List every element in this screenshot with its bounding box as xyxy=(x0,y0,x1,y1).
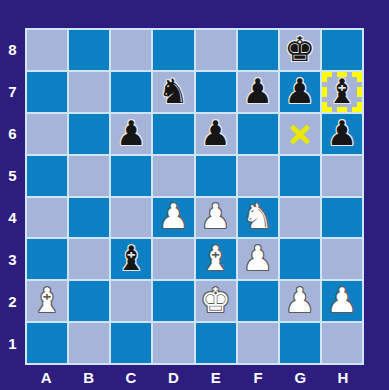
square-f5[interactable] xyxy=(238,156,278,196)
square-f1[interactable] xyxy=(238,323,278,363)
file-label-d: D xyxy=(152,365,194,390)
white-bishop[interactable]: ♝ xyxy=(200,241,230,275)
square-a3[interactable] xyxy=(27,239,67,279)
rank-label-4: 4 xyxy=(0,197,25,239)
square-g5[interactable] xyxy=(280,156,320,196)
chess-board: ♚♞♟♟♝♟♟♟♟♟♞♝♝♟♝♚♟♟ xyxy=(27,30,362,363)
square-b5[interactable] xyxy=(69,156,109,196)
square-a2[interactable]: ♝ xyxy=(27,281,67,321)
square-e6[interactable]: ♟ xyxy=(196,114,236,154)
square-d1[interactable] xyxy=(153,323,193,363)
square-h5[interactable] xyxy=(322,156,362,196)
square-b3[interactable] xyxy=(69,239,109,279)
white-pawn[interactable]: ♟ xyxy=(158,199,188,233)
square-b8[interactable] xyxy=(69,30,109,70)
square-f4[interactable]: ♞ xyxy=(238,198,278,238)
file-label-a: A xyxy=(25,365,67,390)
black-pawn[interactable]: ♟ xyxy=(285,74,315,108)
white-knight[interactable]: ♞ xyxy=(242,199,272,233)
square-h8[interactable] xyxy=(322,30,362,70)
square-c4[interactable] xyxy=(111,198,151,238)
rank-labels: 87654321 xyxy=(0,28,25,365)
square-g4[interactable] xyxy=(280,198,320,238)
square-c5[interactable] xyxy=(111,156,151,196)
white-king[interactable]: ♚ xyxy=(200,283,230,317)
rank-label-1: 1 xyxy=(0,323,25,365)
white-pawn[interactable]: ♟ xyxy=(242,241,272,275)
square-a4[interactable] xyxy=(27,198,67,238)
square-d6[interactable] xyxy=(153,114,193,154)
file-labels: ABCDEFGH xyxy=(25,365,364,390)
square-a7[interactable] xyxy=(27,72,67,112)
rank-label-7: 7 xyxy=(0,70,25,112)
square-b2[interactable] xyxy=(69,281,109,321)
square-c2[interactable] xyxy=(111,281,151,321)
square-g2[interactable]: ♟ xyxy=(280,281,320,321)
white-bishop[interactable]: ♝ xyxy=(32,283,62,317)
square-e4[interactable]: ♟ xyxy=(196,198,236,238)
x-marker xyxy=(286,120,314,148)
rank-label-8: 8 xyxy=(0,28,25,70)
black-pawn[interactable]: ♟ xyxy=(327,116,357,150)
square-d2[interactable] xyxy=(153,281,193,321)
square-h1[interactable] xyxy=(322,323,362,363)
square-c7[interactable] xyxy=(111,72,151,112)
white-pawn[interactable]: ♟ xyxy=(200,199,230,233)
square-a8[interactable] xyxy=(27,30,67,70)
chess-app: 87654321 ABCDEFGH ♚♞♟♟♝♟♟♟♟♟♞♝♝♟♝♚♟♟ xyxy=(0,0,389,390)
square-h3[interactable] xyxy=(322,239,362,279)
file-label-h: H xyxy=(322,365,364,390)
square-d8[interactable] xyxy=(153,30,193,70)
square-e7[interactable] xyxy=(196,72,236,112)
rank-label-2: 2 xyxy=(0,281,25,323)
square-e2[interactable]: ♚ xyxy=(196,281,236,321)
rank-label-5: 5 xyxy=(0,154,25,196)
square-a5[interactable] xyxy=(27,156,67,196)
square-a1[interactable] xyxy=(27,323,67,363)
square-a6[interactable] xyxy=(27,114,67,154)
square-g7[interactable]: ♟ xyxy=(280,72,320,112)
square-g1[interactable] xyxy=(280,323,320,363)
white-pawn[interactable]: ♟ xyxy=(327,283,357,317)
square-f2[interactable] xyxy=(238,281,278,321)
square-c3[interactable]: ♝ xyxy=(111,239,151,279)
board-frame: ♚♞♟♟♝♟♟♟♟♟♞♝♝♟♝♚♟♟ xyxy=(25,28,364,365)
black-bishop[interactable]: ♝ xyxy=(327,74,357,108)
square-h4[interactable] xyxy=(322,198,362,238)
square-h6[interactable]: ♟ xyxy=(322,114,362,154)
black-pawn[interactable]: ♟ xyxy=(200,116,230,150)
square-g6[interactable] xyxy=(280,114,320,154)
square-h7[interactable]: ♝ xyxy=(322,72,362,112)
square-e5[interactable] xyxy=(196,156,236,196)
black-bishop[interactable]: ♝ xyxy=(116,241,146,275)
square-b1[interactable] xyxy=(69,323,109,363)
square-h2[interactable]: ♟ xyxy=(322,281,362,321)
square-c1[interactable] xyxy=(111,323,151,363)
file-label-f: F xyxy=(237,365,279,390)
square-b6[interactable] xyxy=(69,114,109,154)
square-f3[interactable]: ♟ xyxy=(238,239,278,279)
square-c6[interactable]: ♟ xyxy=(111,114,151,154)
file-label-g: G xyxy=(279,365,321,390)
file-label-c: C xyxy=(110,365,152,390)
rank-label-3: 3 xyxy=(0,239,25,281)
square-e3[interactable]: ♝ xyxy=(196,239,236,279)
square-f8[interactable] xyxy=(238,30,278,70)
black-knight[interactable]: ♞ xyxy=(158,74,188,108)
square-f7[interactable]: ♟ xyxy=(238,72,278,112)
square-c8[interactable] xyxy=(111,30,151,70)
file-label-b: B xyxy=(67,365,109,390)
black-pawn[interactable]: ♟ xyxy=(116,116,146,150)
square-b4[interactable] xyxy=(69,198,109,238)
square-d5[interactable] xyxy=(153,156,193,196)
square-d7[interactable]: ♞ xyxy=(153,72,193,112)
square-d3[interactable] xyxy=(153,239,193,279)
square-g8[interactable]: ♚ xyxy=(280,30,320,70)
black-king[interactable]: ♚ xyxy=(285,32,315,66)
square-d4[interactable]: ♟ xyxy=(153,198,193,238)
square-g3[interactable] xyxy=(280,239,320,279)
square-f6[interactable] xyxy=(238,114,278,154)
file-label-e: E xyxy=(195,365,237,390)
white-pawn[interactable]: ♟ xyxy=(285,283,315,317)
square-e1[interactable] xyxy=(196,323,236,363)
square-b7[interactable] xyxy=(69,72,109,112)
square-e8[interactable] xyxy=(196,30,236,70)
black-pawn[interactable]: ♟ xyxy=(242,74,272,108)
rank-label-6: 6 xyxy=(0,112,25,154)
